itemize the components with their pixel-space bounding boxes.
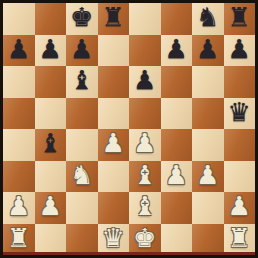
square-a3[interactable] [3,161,35,193]
square-h4[interactable] [224,129,256,161]
square-d3[interactable] [98,161,130,193]
square-g3[interactable]: ♟ [192,161,224,193]
square-g2[interactable] [192,192,224,224]
board-frame: ♚♜♞♜♟♟♟♟♟♟♝♟♛♝♟♟♞♝♟♟♟♟♝♟♜♛♚♜ [0,0,258,258]
square-h1[interactable]: ♜ [224,224,256,256]
square-g6[interactable] [192,66,224,98]
square-g8[interactable]: ♞ [192,3,224,35]
black-queen[interactable]: ♛ [228,98,251,129]
white-pawn[interactable]: ♟ [196,161,219,192]
square-b8[interactable] [35,3,67,35]
black-pawn[interactable]: ♟ [228,35,251,66]
square-f4[interactable] [161,129,193,161]
white-pawn[interactable]: ♟ [165,161,188,192]
square-e4[interactable]: ♟ [129,129,161,161]
square-e2[interactable]: ♝ [129,192,161,224]
square-a7[interactable]: ♟ [3,35,35,67]
black-rook[interactable]: ♜ [102,3,125,34]
white-pawn[interactable]: ♟ [7,192,30,223]
square-d2[interactable] [98,192,130,224]
square-g7[interactable]: ♟ [192,35,224,67]
black-pawn[interactable]: ♟ [165,35,188,66]
square-h6[interactable] [224,66,256,98]
square-e7[interactable] [129,35,161,67]
square-d4[interactable]: ♟ [98,129,130,161]
white-pawn[interactable]: ♟ [133,129,156,160]
square-g1[interactable] [192,224,224,256]
square-a4[interactable] [3,129,35,161]
white-bishop[interactable]: ♝ [133,161,156,192]
square-c4[interactable] [66,129,98,161]
black-pawn[interactable]: ♟ [39,35,62,66]
black-pawn[interactable]: ♟ [70,35,93,66]
square-f3[interactable]: ♟ [161,161,193,193]
square-h7[interactable]: ♟ [224,35,256,67]
square-g5[interactable] [192,98,224,130]
square-h3[interactable] [224,161,256,193]
black-bishop[interactable]: ♝ [70,66,93,97]
white-rook[interactable]: ♜ [7,224,30,255]
square-b7[interactable]: ♟ [35,35,67,67]
square-e6[interactable]: ♟ [129,66,161,98]
square-e3[interactable]: ♝ [129,161,161,193]
black-pawn[interactable]: ♟ [133,66,156,97]
square-b3[interactable] [35,161,67,193]
square-f7[interactable]: ♟ [161,35,193,67]
square-b4[interactable]: ♝ [35,129,67,161]
square-c1[interactable] [66,224,98,256]
square-a5[interactable] [3,98,35,130]
square-f8[interactable] [161,3,193,35]
black-king[interactable]: ♚ [70,3,93,34]
square-b5[interactable] [35,98,67,130]
white-knight[interactable]: ♞ [70,161,93,192]
square-b2[interactable]: ♟ [35,192,67,224]
square-c2[interactable] [66,192,98,224]
square-b1[interactable] [35,224,67,256]
square-c7[interactable]: ♟ [66,35,98,67]
square-g4[interactable] [192,129,224,161]
square-f2[interactable] [161,192,193,224]
square-d7[interactable] [98,35,130,67]
square-c3[interactable]: ♞ [66,161,98,193]
square-e5[interactable] [129,98,161,130]
square-d8[interactable]: ♜ [98,3,130,35]
black-bishop[interactable]: ♝ [39,129,62,160]
square-d1[interactable]: ♛ [98,224,130,256]
square-d5[interactable] [98,98,130,130]
square-h8[interactable]: ♜ [224,3,256,35]
black-rook[interactable]: ♜ [228,3,251,34]
square-c8[interactable]: ♚ [66,3,98,35]
square-a1[interactable]: ♜ [3,224,35,256]
square-h5[interactable]: ♛ [224,98,256,130]
black-pawn[interactable]: ♟ [7,35,30,66]
white-bishop[interactable]: ♝ [133,192,156,223]
white-pawn[interactable]: ♟ [228,192,251,223]
white-rook[interactable]: ♜ [228,224,251,255]
white-queen[interactable]: ♛ [102,224,125,255]
square-d6[interactable] [98,66,130,98]
square-c6[interactable]: ♝ [66,66,98,98]
square-b6[interactable] [35,66,67,98]
white-king[interactable]: ♚ [133,224,156,255]
square-a8[interactable] [3,3,35,35]
square-f1[interactable] [161,224,193,256]
square-e8[interactable] [129,3,161,35]
square-a2[interactable]: ♟ [3,192,35,224]
white-pawn[interactable]: ♟ [39,192,62,223]
square-f5[interactable] [161,98,193,130]
square-h2[interactable]: ♟ [224,192,256,224]
chess-board[interactable]: ♚♜♞♜♟♟♟♟♟♟♝♟♛♝♟♟♞♝♟♟♟♟♝♟♜♛♚♜ [3,3,255,255]
white-pawn[interactable]: ♟ [102,129,125,160]
square-f6[interactable] [161,66,193,98]
square-e1[interactable]: ♚ [129,224,161,256]
black-knight[interactable]: ♞ [196,3,219,34]
square-a6[interactable] [3,66,35,98]
black-pawn[interactable]: ♟ [196,35,219,66]
square-c5[interactable] [66,98,98,130]
